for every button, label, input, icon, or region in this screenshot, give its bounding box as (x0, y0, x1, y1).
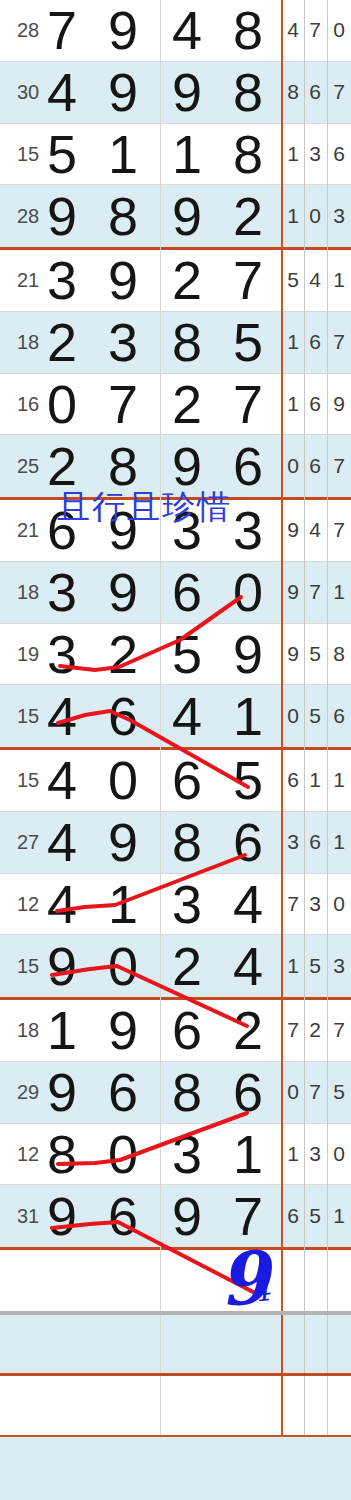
tail-digit: 1 (287, 204, 299, 228)
draw-digit: 3 (108, 315, 138, 369)
draw-digit: 9 (108, 815, 138, 869)
tail-digit: 3 (309, 1142, 321, 1166)
draw-row: 319697651 (0, 1185, 351, 1247)
draw-digit: 2 (172, 939, 202, 993)
tail-digit: 6 (309, 392, 321, 416)
draw-row: 154065611 (0, 750, 351, 812)
draw-digit: 4 (47, 689, 77, 743)
tail-digit: 1 (333, 580, 345, 604)
draw-digit: 4 (172, 3, 202, 57)
row-sum-label: 15 (17, 955, 39, 978)
tail-digit: 5 (309, 704, 321, 728)
tail-digit: 7 (333, 454, 345, 478)
tail-digit: 7 (333, 518, 345, 542)
draw-digit: 9 (108, 253, 138, 307)
row-sum-label: 30 (17, 81, 39, 104)
draw-digit: 2 (172, 377, 202, 431)
draw-row: 155118136 (0, 124, 351, 186)
tail-digit: 1 (287, 954, 299, 978)
draw-digit: 2 (233, 189, 263, 243)
draw-digit: 0 (108, 753, 138, 807)
draw-digit: 8 (172, 815, 202, 869)
tail-digit: 5 (333, 1080, 345, 1104)
tail-digit: 3 (333, 954, 345, 978)
draw-digit: 8 (47, 1127, 77, 1181)
tail-digit: 1 (287, 392, 299, 416)
tail-digit: 8 (287, 80, 299, 104)
draw-digit: 8 (233, 65, 263, 119)
draw-digit: 6 (172, 565, 202, 619)
tail-digit: 3 (309, 142, 321, 166)
draw-digit: 4 (47, 877, 77, 931)
tail-digit: 1 (287, 330, 299, 354)
draw-digit: 3 (47, 253, 77, 307)
tail-digit: 7 (333, 80, 345, 104)
row-sum-label: 28 (17, 205, 39, 228)
tail-digit: 5 (309, 642, 321, 666)
tail-digit: 1 (333, 830, 345, 854)
draw-digit: 1 (47, 1003, 77, 1057)
draw-digit: 6 (108, 689, 138, 743)
draw-digit: 0 (233, 565, 263, 619)
draw-digit: 9 (47, 1189, 77, 1243)
tail-digit: 1 (287, 142, 299, 166)
draw-digit: 5 (172, 627, 202, 681)
tail-digit: 4 (309, 518, 321, 542)
row-sum-label: 21 (17, 269, 39, 292)
tail-digit: 0 (287, 704, 299, 728)
row-sum-label: 15 (17, 769, 39, 792)
row-group: 181962727299686075128031130319697651 (0, 1000, 351, 1250)
tail-digit: 0 (333, 892, 345, 916)
empty-row-white-1 (0, 1250, 351, 1311)
tail-digit: 0 (333, 1142, 345, 1166)
draw-digit: 0 (47, 377, 77, 431)
draw-digit: 3 (47, 565, 77, 619)
draw-digit: 3 (172, 877, 202, 931)
tail-digit: 1 (333, 768, 345, 792)
row-sum-label: 15 (17, 705, 39, 728)
tail-column-divider-2 (327, 0, 328, 1437)
draw-row: 182385167 (0, 312, 351, 374)
tail-digit: 6 (309, 454, 321, 478)
thick-gray-divider (0, 1311, 351, 1315)
draw-row: 124134730 (0, 874, 351, 936)
row-sum-label: 31 (17, 1205, 39, 1228)
draw-digit: 8 (108, 439, 138, 493)
draw-digit: 0 (108, 1127, 138, 1181)
draw-row: 183960971 (0, 562, 351, 624)
draw-digit: 6 (233, 439, 263, 493)
draw-digit: 8 (172, 315, 202, 369)
draw-row: 160727169 (0, 374, 351, 436)
draw-digit: 9 (233, 627, 263, 681)
row-sum-label: 18 (17, 331, 39, 354)
row-sum-label: 15 (17, 142, 39, 165)
draw-row: 287948470 (0, 0, 351, 62)
draw-row: 213927541 (0, 250, 351, 312)
tail-digit: 6 (309, 330, 321, 354)
tail-digit: 6 (287, 1204, 299, 1228)
tail-digit: 5 (309, 1204, 321, 1228)
tail-digit: 3 (333, 204, 345, 228)
draw-digit: 2 (233, 1003, 263, 1057)
tail-digit: 6 (309, 830, 321, 854)
tail-digit: 9 (333, 392, 345, 416)
row-group: 216933947183960971193259958154641056 (0, 500, 351, 750)
orange-divider-bottom (0, 1373, 351, 1376)
tail-digit: 6 (333, 142, 345, 166)
draw-row: 193259958 (0, 624, 351, 686)
draw-digit: 0 (108, 939, 138, 993)
draw-digit: 7 (233, 253, 263, 307)
tail-digit: 8 (333, 642, 345, 666)
draw-digit: 9 (47, 189, 77, 243)
tail-digit: 1 (333, 1204, 345, 1228)
draw-digit: 7 (233, 377, 263, 431)
tail-digit: 6 (309, 80, 321, 104)
draw-digit: 4 (172, 689, 202, 743)
draw-digit: 8 (233, 127, 263, 181)
draw-row: 299686075 (0, 1062, 351, 1124)
empty-row-white-2 (0, 1376, 351, 1435)
draw-digit: 6 (172, 753, 202, 807)
draw-digit: 6 (233, 1065, 263, 1119)
draw-digit: 9 (172, 1189, 202, 1243)
tail-digit: 1 (333, 268, 345, 292)
row-sum-label: 19 (17, 642, 39, 665)
tail-digit: 4 (287, 18, 299, 42)
tail-digit: 9 (287, 518, 299, 542)
draw-digit: 3 (172, 1127, 202, 1181)
tail-digit: 7 (309, 1080, 321, 1104)
draw-digit: 9 (108, 65, 138, 119)
row-sum-label: 12 (17, 892, 39, 915)
draw-digit: 6 (108, 1065, 138, 1119)
draw-digit: 5 (233, 753, 263, 807)
draw-digit: 9 (172, 65, 202, 119)
row-group: 154065611274986361124134730159024153 (0, 750, 351, 1000)
empty-row-blue-1 (0, 1315, 351, 1373)
draw-digit: 1 (108, 127, 138, 181)
row-sum-label: 18 (17, 1019, 39, 1042)
tail-digit: 2 (309, 1018, 321, 1042)
tail-digit: 4 (309, 268, 321, 292)
tail-digit: 7 (333, 1018, 345, 1042)
tail-digit: 9 (287, 642, 299, 666)
handwritten-4: 4 (249, 1275, 271, 1307)
draw-digit: 6 (172, 1003, 202, 1057)
draw-digit: 5 (47, 127, 77, 181)
column-divider-mid (160, 0, 161, 1437)
draw-row: 274986361 (0, 812, 351, 874)
draw-row: 304998867 (0, 62, 351, 124)
draw-digit: 2 (47, 315, 77, 369)
tail-digit: 7 (287, 892, 299, 916)
tail-digit: 5 (287, 268, 299, 292)
tail-digit: 3 (309, 892, 321, 916)
tail-digit: 7 (309, 18, 321, 42)
watermark-text: 且行且珍惜 (57, 489, 232, 525)
lottery-trend-chart-screen: 2879484703049988671551181362898921032139… (0, 0, 351, 1500)
tail-digit: 0 (287, 1080, 299, 1104)
draw-digit: 1 (233, 689, 263, 743)
tail-digit: 6 (287, 768, 299, 792)
tail-digit: 7 (333, 330, 345, 354)
column-divider-orange (281, 0, 283, 1437)
row-sum-label: 25 (17, 455, 39, 478)
tail-digit: 1 (287, 1142, 299, 1166)
draw-digit: 9 (47, 939, 77, 993)
draw-digit: 9 (108, 565, 138, 619)
draw-digit: 8 (172, 1065, 202, 1119)
row-sum-label: 12 (17, 1142, 39, 1165)
row-group: 287948470304998867155118136289892103 (0, 0, 351, 250)
tail-digit: 0 (333, 18, 345, 42)
draw-row: 128031130 (0, 1124, 351, 1186)
draw-digit: 3 (233, 503, 263, 557)
draw-digit: 4 (47, 815, 77, 869)
draw-digit: 8 (233, 3, 263, 57)
draw-digit: 1 (108, 877, 138, 931)
draw-digit: 9 (47, 1065, 77, 1119)
row-sum-label: 16 (17, 392, 39, 415)
draw-digit: 9 (108, 3, 138, 57)
draw-digit: 4 (233, 939, 263, 993)
tail-digit: 5 (309, 954, 321, 978)
draw-digit: 2 (108, 627, 138, 681)
draw-digit: 4 (233, 877, 263, 931)
tail-digit: 0 (287, 454, 299, 478)
draw-digit: 4 (47, 65, 77, 119)
tail-digit: 3 (287, 830, 299, 854)
draw-digit: 5 (233, 315, 263, 369)
draw-row: 289892103 (0, 185, 351, 247)
row-sum-label: 18 (17, 581, 39, 604)
tail-digit: 7 (309, 580, 321, 604)
draw-row: 154641056 (0, 685, 351, 747)
row-sum-label: 21 (17, 519, 39, 542)
row-sum-label: 29 (17, 1081, 39, 1104)
draw-digit: 3 (47, 627, 77, 681)
thin-orange-divider (0, 1435, 351, 1437)
draw-digit: 8 (108, 189, 138, 243)
draw-digit: 9 (172, 439, 202, 493)
row-sum-label: 28 (17, 19, 39, 42)
draw-digit: 7 (47, 3, 77, 57)
draw-row: 159024153 (0, 935, 351, 997)
tail-digit: 9 (287, 580, 299, 604)
row-sum-label: 27 (17, 831, 39, 854)
tail-digit: 7 (287, 1018, 299, 1042)
tail-digit: 1 (309, 768, 321, 792)
draw-digit: 9 (108, 1003, 138, 1057)
draw-digit: 1 (172, 127, 202, 181)
tail-digit: 6 (333, 704, 345, 728)
draw-row: 181962727 (0, 1000, 351, 1062)
draw-digit: 2 (47, 439, 77, 493)
tail-digit: 0 (309, 204, 321, 228)
draw-rows-container: 2879484703049988671551181362898921032139… (0, 0, 351, 1250)
draw-digit: 7 (108, 377, 138, 431)
row-group: 213927541182385167160727169252896067 (0, 250, 351, 500)
tail-column-divider-1 (304, 0, 305, 1437)
draw-digit: 4 (47, 753, 77, 807)
empty-row-blue-2 (0, 1437, 351, 1500)
draw-digit: 1 (233, 1127, 263, 1181)
draw-digit: 9 (172, 189, 202, 243)
draw-digit: 2 (172, 253, 202, 307)
draw-digit: 6 (108, 1189, 138, 1243)
draw-digit: 6 (233, 815, 263, 869)
